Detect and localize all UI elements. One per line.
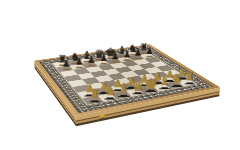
clasp-latch-icon — [99, 114, 105, 118]
white-knight[interactable]: ♞ — [101, 81, 117, 99]
black-pawn[interactable]: ♟ — [72, 53, 85, 69]
black-pawn[interactable]: ♟ — [132, 45, 144, 60]
black-pawn[interactable]: ♟ — [120, 46, 133, 61]
white-rook[interactable]: ♜ — [87, 84, 103, 103]
black-pawn[interactable]: ♟ — [60, 55, 73, 71]
white-king[interactable]: ♚ — [143, 74, 158, 92]
black-pawn[interactable]: ♟ — [97, 50, 110, 65]
black-pawn[interactable]: ♟ — [85, 51, 98, 66]
white-rook[interactable]: ♜ — [182, 68, 196, 85]
black-pawn[interactable]: ♟ — [109, 48, 122, 63]
white-bishop[interactable]: ♝ — [156, 72, 171, 90]
black-pawn[interactable]: ♟ — [143, 43, 155, 58]
white-queen[interactable]: ♛ — [130, 77, 145, 95]
chess-set-photo: ♜♞♝♛♚♝♞♜♟♟♟♟♟♟♟♟♟♟♟♟♟♟♟♟♜♞♝♛♚♝♞♜ — [0, 0, 240, 150]
white-bishop[interactable]: ♝ — [116, 79, 131, 97]
